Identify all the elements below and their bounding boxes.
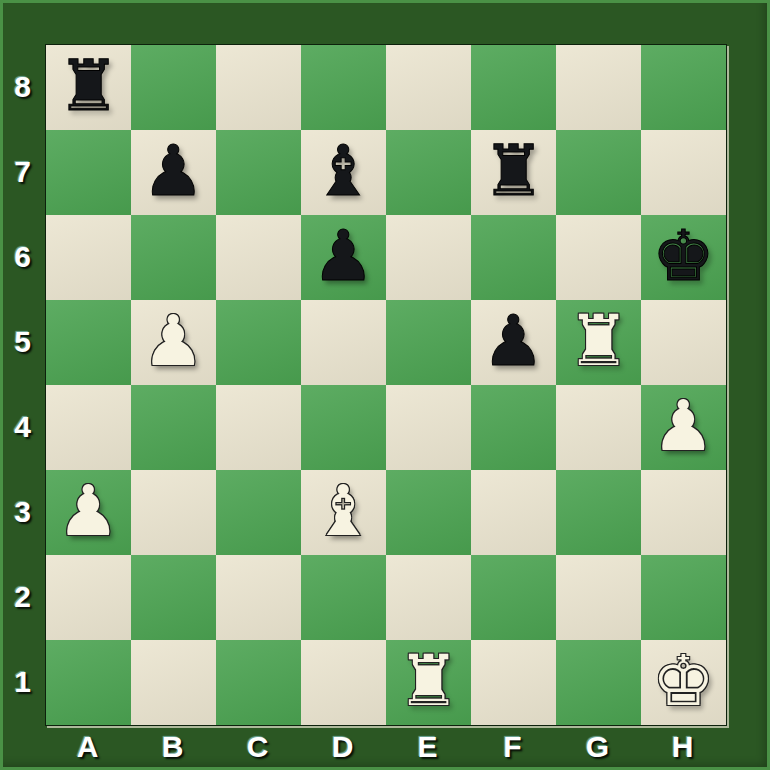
square-e8[interactable] xyxy=(386,45,471,130)
piece-white-pawn[interactable]: ♟ xyxy=(652,391,715,461)
square-d1[interactable] xyxy=(301,640,386,725)
square-g8[interactable] xyxy=(556,45,641,130)
square-a7[interactable] xyxy=(46,130,131,215)
square-e5[interactable] xyxy=(386,300,471,385)
square-f6[interactable] xyxy=(471,215,556,300)
rank-label-2: 2 xyxy=(0,554,45,639)
square-f3[interactable] xyxy=(471,470,556,555)
square-d2[interactable] xyxy=(301,555,386,640)
square-b8[interactable] xyxy=(131,45,216,130)
square-f5[interactable]: ♟ xyxy=(471,300,556,385)
piece-black-bishop[interactable]: ♝ xyxy=(312,136,375,206)
square-c7[interactable] xyxy=(216,130,301,215)
file-label-f: F xyxy=(470,724,555,770)
rank-label-5: 5 xyxy=(0,299,45,384)
rank-label-4: 4 xyxy=(0,384,45,469)
square-h5[interactable] xyxy=(641,300,726,385)
piece-white-rook[interactable]: ♜ xyxy=(567,306,630,376)
rank-label-3: 3 xyxy=(0,469,45,554)
piece-black-pawn[interactable]: ♟ xyxy=(312,221,375,291)
square-h2[interactable] xyxy=(641,555,726,640)
square-b4[interactable] xyxy=(131,385,216,470)
square-h3[interactable] xyxy=(641,470,726,555)
square-c2[interactable] xyxy=(216,555,301,640)
square-g7[interactable] xyxy=(556,130,641,215)
file-label-c: C xyxy=(215,724,300,770)
square-g3[interactable] xyxy=(556,470,641,555)
square-c5[interactable] xyxy=(216,300,301,385)
piece-white-pawn[interactable]: ♟ xyxy=(142,306,205,376)
square-b6[interactable] xyxy=(131,215,216,300)
file-label-h: H xyxy=(640,724,725,770)
square-h7[interactable] xyxy=(641,130,726,215)
square-c6[interactable] xyxy=(216,215,301,300)
file-label-a: A xyxy=(45,724,130,770)
square-e4[interactable] xyxy=(386,385,471,470)
square-h6[interactable]: ♚ xyxy=(641,215,726,300)
piece-black-pawn[interactable]: ♟ xyxy=(482,306,545,376)
piece-black-pawn[interactable]: ♟ xyxy=(142,136,205,206)
square-e6[interactable] xyxy=(386,215,471,300)
rank-label-1: 1 xyxy=(0,639,45,724)
square-a1[interactable] xyxy=(46,640,131,725)
piece-black-rook[interactable]: ♜ xyxy=(482,136,545,206)
square-b1[interactable] xyxy=(131,640,216,725)
square-d8[interactable] xyxy=(301,45,386,130)
square-a4[interactable] xyxy=(46,385,131,470)
square-a3[interactable]: ♟ xyxy=(46,470,131,555)
piece-black-rook[interactable]: ♜ xyxy=(57,51,120,121)
square-c1[interactable] xyxy=(216,640,301,725)
square-b5[interactable]: ♟ xyxy=(131,300,216,385)
rank-label-7: 7 xyxy=(0,129,45,214)
square-d7[interactable]: ♝ xyxy=(301,130,386,215)
rank-label-8: 8 xyxy=(0,44,45,129)
square-a6[interactable] xyxy=(46,215,131,300)
square-f7[interactable]: ♜ xyxy=(471,130,556,215)
square-d3[interactable]: ♝ xyxy=(301,470,386,555)
piece-white-rook[interactable]: ♜ xyxy=(397,646,460,716)
board-frame: ♜♟♝♜♟♚♟♟♜♟♟♝♜♚ 87654321ABCDEFGH xyxy=(0,0,770,770)
square-g1[interactable] xyxy=(556,640,641,725)
square-c8[interactable] xyxy=(216,45,301,130)
square-g2[interactable] xyxy=(556,555,641,640)
file-label-d: D xyxy=(300,724,385,770)
square-g5[interactable]: ♜ xyxy=(556,300,641,385)
piece-black-king[interactable]: ♚ xyxy=(652,221,715,291)
square-d6[interactable]: ♟ xyxy=(301,215,386,300)
square-b3[interactable] xyxy=(131,470,216,555)
square-g4[interactable] xyxy=(556,385,641,470)
square-g6[interactable] xyxy=(556,215,641,300)
square-b7[interactable]: ♟ xyxy=(131,130,216,215)
square-f1[interactable] xyxy=(471,640,556,725)
square-c4[interactable] xyxy=(216,385,301,470)
square-a8[interactable]: ♜ xyxy=(46,45,131,130)
rank-label-6: 6 xyxy=(0,214,45,299)
square-a5[interactable] xyxy=(46,300,131,385)
square-d4[interactable] xyxy=(301,385,386,470)
square-b2[interactable] xyxy=(131,555,216,640)
square-h1[interactable]: ♚ xyxy=(641,640,726,725)
file-label-e: E xyxy=(385,724,470,770)
square-f2[interactable] xyxy=(471,555,556,640)
piece-white-pawn[interactable]: ♟ xyxy=(57,476,120,546)
square-a2[interactable] xyxy=(46,555,131,640)
square-h8[interactable] xyxy=(641,45,726,130)
square-d5[interactable] xyxy=(301,300,386,385)
file-label-g: G xyxy=(555,724,640,770)
piece-white-king[interactable]: ♚ xyxy=(652,646,715,716)
square-f8[interactable] xyxy=(471,45,556,130)
piece-white-bishop[interactable]: ♝ xyxy=(312,476,375,546)
file-label-b: B xyxy=(130,724,215,770)
square-f4[interactable] xyxy=(471,385,556,470)
square-e3[interactable] xyxy=(386,470,471,555)
chess-board: ♜♟♝♜♟♚♟♟♜♟♟♝♜♚ xyxy=(45,44,727,726)
square-c3[interactable] xyxy=(216,470,301,555)
square-e1[interactable]: ♜ xyxy=(386,640,471,725)
square-h4[interactable]: ♟ xyxy=(641,385,726,470)
square-e2[interactable] xyxy=(386,555,471,640)
square-e7[interactable] xyxy=(386,130,471,215)
